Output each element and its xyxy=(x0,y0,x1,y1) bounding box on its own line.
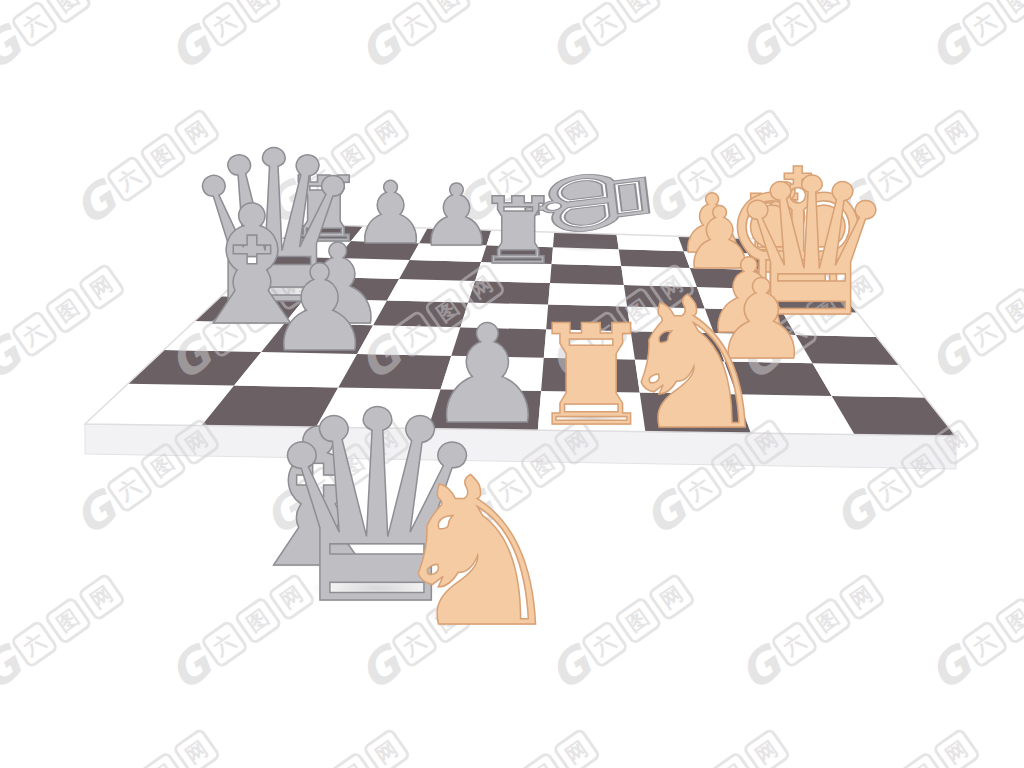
piece-gray-rook[interactable]: ♜ xyxy=(472,185,564,277)
chess-illustration-stage: ♜♟♟♚♜♛♝♟♟♟♟♜♝♟♚♛♟♟♜♞♝♛♞ G六图网G六图网G六图网G六图网… xyxy=(0,0,1024,768)
pieces-layer: ♜♟♟♚♜♛♝♟♟♟♟♜♝♟♚♛♟♟♜♞♝♛♞ xyxy=(0,0,1024,768)
piece-tan-knight[interactable]: ♞ xyxy=(375,451,580,656)
piece-tan-knight[interactable]: ♞ xyxy=(602,274,784,456)
piece-gray-pawn[interactable]: ♟ xyxy=(260,249,380,369)
